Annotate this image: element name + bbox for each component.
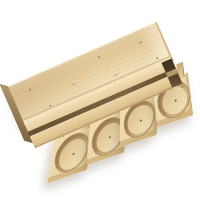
product-photo-wooden-puzzle-box: [0, 0, 200, 200]
screw-hole: [29, 88, 32, 91]
compartment-disc[interactable]: [95, 119, 123, 156]
screw-hole: [139, 41, 142, 44]
inner-rail-edge: [166, 69, 178, 78]
center-hole: [72, 153, 74, 156]
screw-hole: [98, 56, 101, 59]
center-hole: [174, 100, 176, 103]
center-hole: [140, 119, 142, 122]
center-hole: [108, 136, 110, 139]
screw-hole: [156, 57, 159, 60]
compartment-disc[interactable]: [57, 135, 89, 174]
wood-knot: [70, 81, 78, 87]
